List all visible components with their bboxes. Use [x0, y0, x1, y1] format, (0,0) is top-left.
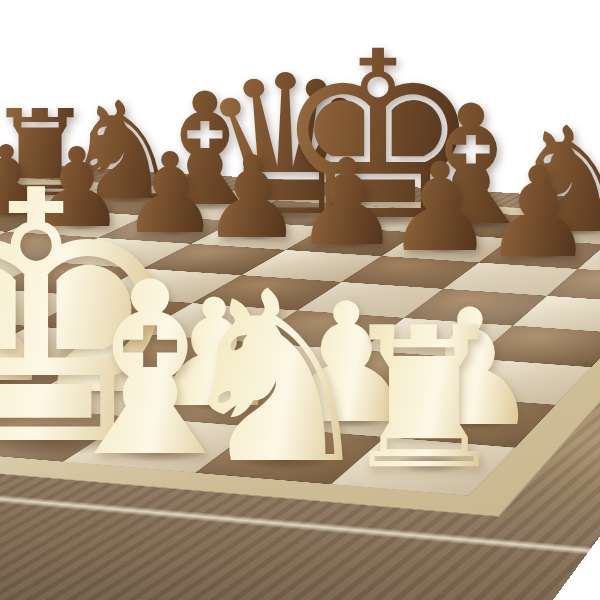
black-pawn-g7: ♟: [482, 150, 594, 275]
black-pawn-h7: ♟: [584, 153, 600, 281]
black-pawn-f7: ♟: [385, 147, 495, 269]
chess-set-photo: ♜♞♝♛♚♝♞♜♟♟♟♟♟♟♟♟♟♟♟♟♟♟♟♟♜♞♝♛♚♝♞♜: [0, 0, 600, 600]
white-rook-h1: ♜: [337, 302, 511, 496]
pieces-layer: ♜♞♝♛♚♝♞♜♟♟♟♟♟♟♟♟♟♟♟♟♟♟♟♟♜♞♝♛♚♝♞♜: [0, 0, 600, 600]
